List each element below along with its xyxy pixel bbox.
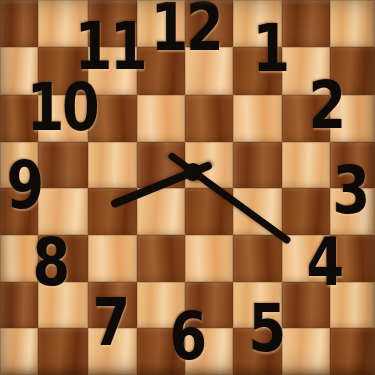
clock-numerals: 121234567891011 — [0, 0, 375, 375]
clock-numeral-4: 4 — [306, 230, 341, 296]
chessboard-clock-photo: 121234567891011 — [0, 0, 375, 375]
clock-numeral-9: 9 — [6, 153, 41, 219]
clock-numeral-11: 11 — [75, 14, 145, 80]
clock-numeral-3: 3 — [332, 158, 367, 224]
clock-numeral-12: 12 — [151, 0, 221, 61]
clock-numeral-8: 8 — [32, 230, 67, 296]
clock-numeral-6: 6 — [169, 304, 204, 370]
clock-center-hub — [184, 163, 202, 181]
clock-numeral-1: 1 — [252, 16, 287, 82]
clock-numeral-2: 2 — [308, 73, 343, 139]
clock-numeral-5: 5 — [248, 296, 283, 362]
clock-numeral-7: 7 — [92, 290, 127, 356]
